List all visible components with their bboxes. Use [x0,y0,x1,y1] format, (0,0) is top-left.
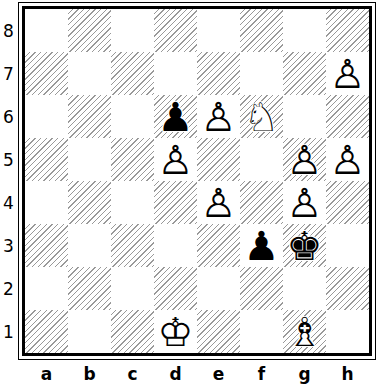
piece-outline-glyph: ♙ [283,138,326,181]
square-c3[interactable] [111,224,154,267]
piece-outline-glyph: ♘ [240,95,283,138]
square-e2[interactable] [197,267,240,310]
square-f4[interactable] [240,181,283,224]
piece-outline-glyph: ♙ [197,181,240,224]
piece-white-bishop[interactable]: ♝♗ [283,310,326,353]
piece-outline-glyph: ♔ [154,310,197,353]
square-a8[interactable] [25,9,68,52]
chess-board: ♟♙♟♟♟♙♞♘♟♙♟♙♟♙♟♙♟♙♟♟♚♚♚♔♝♗ [25,9,369,353]
square-b4[interactable] [68,181,111,224]
square-d8[interactable] [154,9,197,52]
piece-outline-glyph: ♙ [283,181,326,224]
square-a1[interactable] [25,310,68,353]
piece-outline-glyph: ♙ [154,138,197,181]
square-h3[interactable] [326,224,369,267]
square-h8[interactable] [326,9,369,52]
piece-outline-glyph: ♙ [326,52,369,95]
board-frame: ♟♙♟♟♟♙♞♘♟♙♟♙♟♙♟♙♟♙♟♟♚♚♚♔♝♗ [18,2,376,360]
file-label-a: a [25,360,68,388]
square-e7[interactable] [197,52,240,95]
chess-diagram: 87654321 ♟♙♟♟♟♙♞♘♟♙♟♙♟♙♟♙♟♙♟♟♚♚♚♔♝♗ abcd… [0,0,383,388]
square-b6[interactable] [68,95,111,138]
rank-label-8: 8 [0,9,17,52]
file-label-e: e [197,360,240,388]
piece-white-pawn[interactable]: ♟♙ [326,52,369,95]
square-b5[interactable] [68,138,111,181]
piece-outline-glyph: ♙ [326,138,369,181]
piece-outline-glyph: ♟ [154,95,197,138]
square-h4[interactable] [326,181,369,224]
square-g1[interactable]: ♝♗ [283,310,326,353]
file-label-h: h [326,360,369,388]
square-g2[interactable] [283,267,326,310]
piece-white-pawn[interactable]: ♟♙ [283,138,326,181]
square-b3[interactable] [68,224,111,267]
square-g3[interactable]: ♚♚ [283,224,326,267]
square-e3[interactable] [197,224,240,267]
square-f7[interactable] [240,52,283,95]
square-d2[interactable] [154,267,197,310]
rank-label-6: 6 [0,95,17,138]
square-b8[interactable] [68,9,111,52]
square-g7[interactable] [283,52,326,95]
square-d3[interactable] [154,224,197,267]
square-a5[interactable] [25,138,68,181]
piece-outline-glyph: ♚ [283,224,326,267]
square-a2[interactable] [25,267,68,310]
square-c2[interactable] [111,267,154,310]
square-f1[interactable] [240,310,283,353]
square-g6[interactable] [283,95,326,138]
piece-white-pawn[interactable]: ♟♙ [154,138,197,181]
square-e6[interactable]: ♟♙ [197,95,240,138]
piece-black-pawn[interactable]: ♟♟ [240,224,283,267]
piece-white-pawn[interactable]: ♟♙ [326,138,369,181]
square-h1[interactable] [326,310,369,353]
rank-label-2: 2 [0,267,17,310]
square-h2[interactable] [326,267,369,310]
square-a3[interactable] [25,224,68,267]
square-e8[interactable] [197,9,240,52]
square-h6[interactable] [326,95,369,138]
square-e1[interactable] [197,310,240,353]
square-g8[interactable] [283,9,326,52]
square-c4[interactable] [111,181,154,224]
piece-outline-glyph: ♟ [240,224,283,267]
piece-white-king[interactable]: ♚♔ [154,310,197,353]
piece-white-pawn[interactable]: ♟♙ [283,181,326,224]
piece-outline-glyph: ♗ [283,310,326,353]
piece-white-pawn[interactable]: ♟♙ [197,181,240,224]
square-a7[interactable] [25,52,68,95]
file-labels: abcdefgh [25,360,369,388]
square-d6[interactable]: ♟♟ [154,95,197,138]
square-a4[interactable] [25,181,68,224]
rank-label-3: 3 [0,224,17,267]
square-e5[interactable] [197,138,240,181]
rank-label-4: 4 [0,181,17,224]
square-b1[interactable] [68,310,111,353]
rank-label-7: 7 [0,52,17,95]
square-c7[interactable] [111,52,154,95]
piece-white-knight[interactable]: ♞♘ [240,95,283,138]
square-d5[interactable]: ♟♙ [154,138,197,181]
square-c5[interactable] [111,138,154,181]
square-h7[interactable]: ♟♙ [326,52,369,95]
square-d7[interactable] [154,52,197,95]
square-g4[interactable]: ♟♙ [283,181,326,224]
square-d1[interactable]: ♚♔ [154,310,197,353]
rank-label-1: 1 [0,310,17,353]
square-c8[interactable] [111,9,154,52]
rank-labels: 87654321 [0,9,17,353]
square-c1[interactable] [111,310,154,353]
file-label-g: g [283,360,326,388]
rank-label-5: 5 [0,138,17,181]
square-b7[interactable] [68,52,111,95]
square-d4[interactable] [154,181,197,224]
square-f2[interactable] [240,267,283,310]
piece-outline-glyph: ♙ [197,95,240,138]
square-a6[interactable] [25,95,68,138]
file-label-c: c [111,360,154,388]
board-inner: ♟♙♟♟♟♙♞♘♟♙♟♙♟♙♟♙♟♙♟♟♚♚♚♔♝♗ [22,6,372,356]
square-e4[interactable]: ♟♙ [197,181,240,224]
square-f6[interactable]: ♞♘ [240,95,283,138]
square-g5[interactable]: ♟♙ [283,138,326,181]
file-label-d: d [154,360,197,388]
piece-white-pawn[interactable]: ♟♙ [197,95,240,138]
square-f5[interactable] [240,138,283,181]
square-f8[interactable] [240,9,283,52]
file-label-f: f [240,360,283,388]
square-f3[interactable]: ♟♟ [240,224,283,267]
piece-black-king[interactable]: ♚♚ [283,224,326,267]
piece-black-pawn[interactable]: ♟♟ [154,95,197,138]
file-label-b: b [68,360,111,388]
square-b2[interactable] [68,267,111,310]
square-h5[interactable]: ♟♙ [326,138,369,181]
square-c6[interactable] [111,95,154,138]
